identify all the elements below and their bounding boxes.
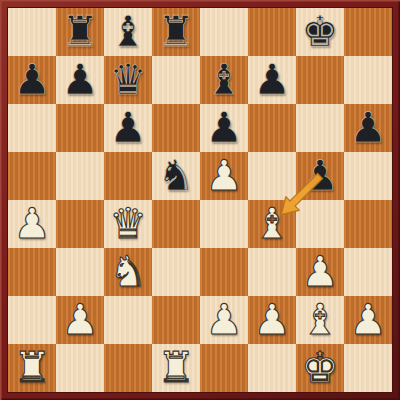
square-b7[interactable]: ♟ [56,56,104,104]
piece-black-bishop[interactable]: ♝ [104,8,152,56]
piece-black-rook[interactable]: ♜ [152,8,200,56]
square-e5[interactable]: ♟ [200,152,248,200]
square-c8[interactable]: ♝ [104,8,152,56]
piece-white-pawn[interactable]: ♟ [200,152,248,200]
square-b5[interactable] [56,152,104,200]
piece-white-queen[interactable]: ♛ [104,200,152,248]
piece-black-queen[interactable]: ♛ [104,56,152,104]
square-e2[interactable]: ♟ [200,296,248,344]
piece-white-bishop[interactable]: ♝ [248,200,296,248]
square-a8[interactable] [8,8,56,56]
square-h4[interactable] [344,200,392,248]
piece-white-rook[interactable]: ♜ [152,344,200,392]
piece-white-pawn[interactable]: ♟ [296,248,344,296]
square-a2[interactable] [8,296,56,344]
square-h3[interactable] [344,248,392,296]
piece-black-king[interactable]: ♚ [296,8,344,56]
piece-white-bishop[interactable]: ♝ [296,296,344,344]
square-b6[interactable] [56,104,104,152]
square-e7[interactable]: ♝ [200,56,248,104]
square-d7[interactable] [152,56,200,104]
square-f2[interactable]: ♟ [248,296,296,344]
square-c5[interactable] [104,152,152,200]
square-d2[interactable] [152,296,200,344]
chess-board: ♜♝♜♚♟♟♛♝♟♟♟♟♞♟♟♟♛♝♞♟♟♟♟♝♟♜♜♚ [8,8,392,392]
square-f7[interactable]: ♟ [248,56,296,104]
piece-black-bishop[interactable]: ♝ [200,56,248,104]
piece-black-pawn[interactable]: ♟ [200,104,248,152]
square-c6[interactable]: ♟ [104,104,152,152]
square-b2[interactable]: ♟ [56,296,104,344]
square-g8[interactable]: ♚ [296,8,344,56]
square-c3[interactable]: ♞ [104,248,152,296]
chess-app: ♜♝♜♚♟♟♛♝♟♟♟♟♞♟♟♟♛♝♞♟♟♟♟♝♟♜♜♚ [0,0,400,400]
piece-white-king[interactable]: ♚ [296,344,344,392]
square-h8[interactable] [344,8,392,56]
square-b4[interactable] [56,200,104,248]
piece-white-pawn[interactable]: ♟ [344,296,392,344]
square-c1[interactable] [104,344,152,392]
square-h1[interactable] [344,344,392,392]
square-e8[interactable] [200,8,248,56]
square-f4[interactable]: ♝ [248,200,296,248]
square-h2[interactable]: ♟ [344,296,392,344]
square-d3[interactable] [152,248,200,296]
piece-black-pawn[interactable]: ♟ [56,56,104,104]
square-e1[interactable] [200,344,248,392]
square-g7[interactable] [296,56,344,104]
piece-white-pawn[interactable]: ♟ [200,296,248,344]
square-d5[interactable]: ♞ [152,152,200,200]
square-f8[interactable] [248,8,296,56]
piece-white-pawn[interactable]: ♟ [8,200,56,248]
piece-black-pawn[interactable]: ♟ [248,56,296,104]
square-a7[interactable]: ♟ [8,56,56,104]
square-h7[interactable] [344,56,392,104]
piece-white-pawn[interactable]: ♟ [56,296,104,344]
square-a1[interactable]: ♜ [8,344,56,392]
square-e3[interactable] [200,248,248,296]
piece-white-pawn[interactable]: ♟ [248,296,296,344]
square-b1[interactable] [56,344,104,392]
square-c7[interactable]: ♛ [104,56,152,104]
square-c2[interactable] [104,296,152,344]
piece-black-knight[interactable]: ♞ [152,152,200,200]
square-f3[interactable] [248,248,296,296]
square-b3[interactable] [56,248,104,296]
square-a3[interactable] [8,248,56,296]
square-a4[interactable]: ♟ [8,200,56,248]
square-e4[interactable] [200,200,248,248]
square-d4[interactable] [152,200,200,248]
square-c4[interactable]: ♛ [104,200,152,248]
piece-black-pawn[interactable]: ♟ [344,104,392,152]
square-f1[interactable] [248,344,296,392]
square-d8[interactable]: ♜ [152,8,200,56]
piece-black-rook[interactable]: ♜ [56,8,104,56]
piece-black-pawn[interactable]: ♟ [296,152,344,200]
piece-white-rook[interactable]: ♜ [8,344,56,392]
square-g4[interactable] [296,200,344,248]
square-e6[interactable]: ♟ [200,104,248,152]
square-d6[interactable] [152,104,200,152]
square-f6[interactable] [248,104,296,152]
square-g2[interactable]: ♝ [296,296,344,344]
square-g3[interactable]: ♟ [296,248,344,296]
square-f5[interactable] [248,152,296,200]
piece-black-pawn[interactable]: ♟ [8,56,56,104]
square-a5[interactable] [8,152,56,200]
square-h6[interactable]: ♟ [344,104,392,152]
piece-black-pawn[interactable]: ♟ [104,104,152,152]
square-a6[interactable] [8,104,56,152]
piece-white-knight[interactable]: ♞ [104,248,152,296]
square-g5[interactable]: ♟ [296,152,344,200]
square-g1[interactable]: ♚ [296,344,344,392]
square-d1[interactable]: ♜ [152,344,200,392]
square-h5[interactable] [344,152,392,200]
square-b8[interactable]: ♜ [56,8,104,56]
square-g6[interactable] [296,104,344,152]
